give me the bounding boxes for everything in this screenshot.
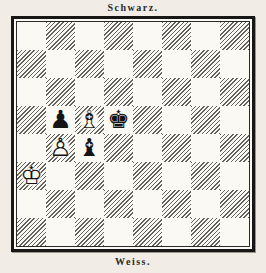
square-e3 — [133, 162, 162, 190]
square-b4: ♙ — [46, 134, 75, 162]
chess-diagram-page: Schwarz. ♟♗♚♙♝♔ Weiss. — [0, 0, 266, 273]
square-e6 — [133, 78, 162, 106]
square-f4 — [162, 134, 191, 162]
square-c7 — [75, 50, 104, 78]
square-b2 — [46, 190, 75, 218]
square-c3 — [75, 162, 104, 190]
square-g6 — [191, 78, 220, 106]
square-d2 — [104, 190, 133, 218]
square-h5 — [220, 106, 249, 134]
square-g2 — [191, 190, 220, 218]
square-d4 — [104, 134, 133, 162]
square-b7 — [46, 50, 75, 78]
square-h2 — [220, 190, 249, 218]
square-f8 — [162, 22, 191, 50]
white-king: ♔ — [18, 162, 45, 190]
square-a7 — [17, 50, 46, 78]
square-h6 — [220, 78, 249, 106]
square-f3 — [162, 162, 191, 190]
square-d5: ♚ — [104, 106, 133, 134]
square-h7 — [220, 50, 249, 78]
square-d7 — [104, 50, 133, 78]
square-b6 — [46, 78, 75, 106]
square-g7 — [191, 50, 220, 78]
square-g4 — [191, 134, 220, 162]
square-c5: ♗ — [75, 106, 104, 134]
square-a5 — [17, 106, 46, 134]
square-c4: ♝ — [75, 134, 104, 162]
square-h3 — [220, 162, 249, 190]
square-e2 — [133, 190, 162, 218]
white-bishop: ♗ — [76, 106, 103, 134]
square-e1 — [133, 218, 162, 246]
square-b5: ♟ — [46, 106, 75, 134]
chess-board-frame: ♟♗♚♙♝♔ — [11, 16, 255, 252]
square-e7 — [133, 50, 162, 78]
square-a4 — [17, 134, 46, 162]
black-king: ♚ — [105, 106, 132, 134]
square-a8 — [17, 22, 46, 50]
square-f7 — [162, 50, 191, 78]
black-pawn: ♟ — [47, 106, 74, 134]
square-d3 — [104, 162, 133, 190]
white-pawn: ♙ — [47, 134, 74, 162]
square-b8 — [46, 22, 75, 50]
square-a2 — [17, 190, 46, 218]
square-e8 — [133, 22, 162, 50]
square-a3: ♔ — [17, 162, 46, 190]
square-c8 — [75, 22, 104, 50]
black-bishop: ♝ — [76, 134, 103, 162]
square-a6 — [17, 78, 46, 106]
square-a1 — [17, 218, 46, 246]
square-f5 — [162, 106, 191, 134]
square-f6 — [162, 78, 191, 106]
square-d6 — [104, 78, 133, 106]
chess-board: ♟♗♚♙♝♔ — [16, 21, 250, 247]
square-d8 — [104, 22, 133, 50]
square-e5 — [133, 106, 162, 134]
square-g1 — [191, 218, 220, 246]
square-g5 — [191, 106, 220, 134]
square-h4 — [220, 134, 249, 162]
square-d1 — [104, 218, 133, 246]
square-c2 — [75, 190, 104, 218]
white-side-label: Weiss. — [115, 255, 151, 268]
square-b3 — [46, 162, 75, 190]
square-h8 — [220, 22, 249, 50]
square-f1 — [162, 218, 191, 246]
black-side-label: Schwarz. — [107, 1, 158, 14]
square-b1 — [46, 218, 75, 246]
square-h1 — [220, 218, 249, 246]
square-f2 — [162, 190, 191, 218]
square-c1 — [75, 218, 104, 246]
square-g3 — [191, 162, 220, 190]
square-g8 — [191, 22, 220, 50]
square-c6 — [75, 78, 104, 106]
square-e4 — [133, 134, 162, 162]
